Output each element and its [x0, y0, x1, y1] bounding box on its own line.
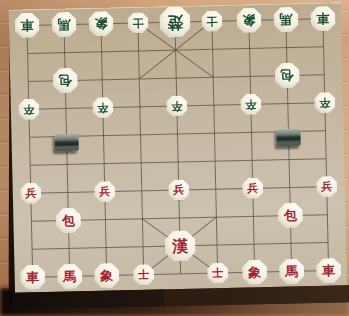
piece-glyph: 士: [132, 17, 143, 28]
piece-glyph: 馬: [279, 13, 292, 26]
piece-glyph: 卒: [97, 102, 108, 113]
board-grid: 車馬象士楚士象馬車包包卒卒卒卒卒兵兵兵兵兵包包漢車馬象士士象馬車: [27, 19, 329, 278]
piece-glyph: 馬: [57, 18, 70, 31]
dark-block[interactable]: [54, 133, 78, 151]
piece-glyph: 車: [316, 12, 329, 25]
piece-glyph: 象: [100, 269, 113, 282]
piece-glyph: 車: [322, 264, 335, 277]
piece-glyph: 兵: [25, 188, 36, 199]
piece-glyph: 漢: [172, 238, 188, 254]
janggi-board: 車馬象士楚士象馬車包包卒卒卒卒卒兵兵兵兵兵包包漢車馬象士士象馬車: [9, 2, 348, 309]
piece-glyph: 士: [138, 269, 149, 280]
piece-glyph: 卒: [171, 100, 182, 111]
piece-glyph: 包: [281, 69, 294, 82]
piece-glyph: 馬: [63, 270, 76, 283]
piece-glyph: 象: [242, 14, 255, 27]
piece-glyph: 卒: [23, 104, 34, 115]
piece-glyph: 卒: [319, 97, 330, 108]
piece-glyph: 士: [206, 16, 217, 27]
board-surface: 車馬象士楚士象馬車包包卒卒卒卒卒兵兵兵兵兵包包漢車馬象士士象馬車: [9, 2, 347, 293]
photo-scene: 車馬象士楚士象馬車包包卒卒卒卒卒兵兵兵兵兵包包漢車馬象士士象馬車: [0, 0, 349, 316]
piece-glyph: 包: [62, 214, 75, 227]
piece-glyph: 包: [59, 74, 72, 87]
piece-glyph: 象: [248, 266, 261, 279]
piece-glyph: 士: [212, 268, 223, 279]
piece-glyph: 車: [20, 19, 33, 32]
piece-glyph: 車: [26, 271, 39, 284]
dark-block[interactable]: [276, 128, 300, 146]
piece-glyph: 兵: [99, 186, 110, 197]
piece-glyph: 兵: [321, 181, 332, 192]
piece-glyph: 馬: [285, 265, 298, 278]
piece-glyph: 象: [94, 17, 107, 30]
piece-glyph: 兵: [173, 184, 184, 195]
piece-glyph: 楚: [167, 14, 183, 30]
piece-glyph: 卒: [245, 99, 256, 110]
piece-glyph: 兵: [247, 183, 258, 194]
piece-glyph: 包: [284, 209, 297, 222]
